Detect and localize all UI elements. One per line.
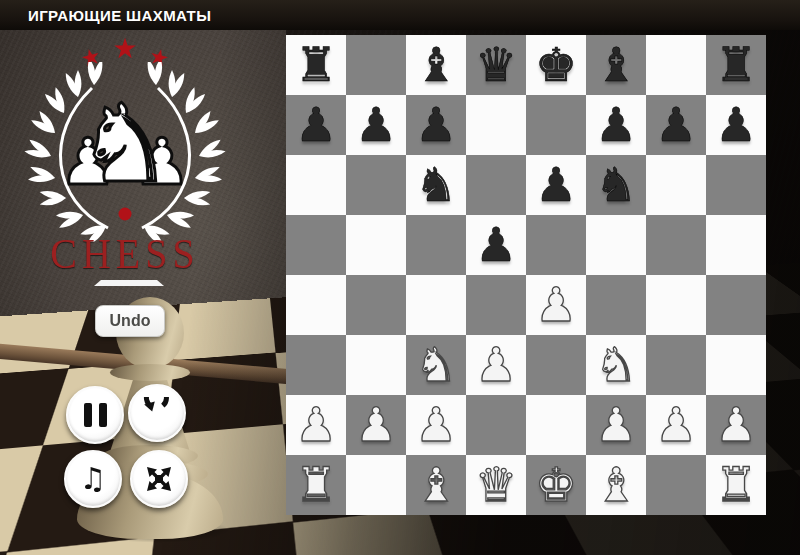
square-e6[interactable]: ♟ [526, 155, 586, 215]
square-h1[interactable]: ♜ [706, 455, 766, 515]
square-a3[interactable] [286, 335, 346, 395]
square-c6[interactable]: ♞ [406, 155, 466, 215]
restart-button[interactable] [128, 384, 186, 442]
square-d2[interactable] [466, 395, 526, 455]
piece-black-queen[interactable]: ♛ [475, 37, 517, 93]
square-f4[interactable] [586, 275, 646, 335]
piece-white-pawn[interactable]: ♟ [415, 397, 457, 453]
brand-title: CHESS [0, 228, 250, 279]
square-f2[interactable]: ♟ [586, 395, 646, 455]
square-g4[interactable] [646, 275, 706, 335]
square-d4[interactable] [466, 275, 526, 335]
piece-black-pawn[interactable]: ♟ [475, 217, 517, 273]
piece-white-king[interactable]: ♚ [535, 457, 577, 513]
piece-black-bishop[interactable]: ♝ [415, 37, 457, 93]
square-c8[interactable]: ♝ [406, 35, 466, 95]
square-f6[interactable]: ♞ [586, 155, 646, 215]
piece-white-pawn[interactable]: ♟ [535, 277, 577, 333]
square-f1[interactable]: ♝ [586, 455, 646, 515]
pause-icon [84, 403, 107, 427]
square-g5[interactable] [646, 215, 706, 275]
piece-white-bishop[interactable]: ♝ [595, 457, 637, 513]
square-h2[interactable]: ♟ [706, 395, 766, 455]
square-a1[interactable]: ♜ [286, 455, 346, 515]
piece-white-pawn[interactable]: ♟ [355, 397, 397, 453]
piece-white-knight[interactable]: ♞ [415, 337, 457, 393]
fullscreen-icon [143, 463, 175, 495]
square-f3[interactable]: ♞ [586, 335, 646, 395]
music-note-icon: ♫ [80, 461, 107, 496]
piece-black-knight[interactable]: ♞ [415, 157, 457, 213]
square-d3[interactable]: ♟ [466, 335, 526, 395]
fullscreen-button[interactable] [130, 450, 188, 508]
music-button[interactable]: ♫ [64, 450, 122, 508]
square-c7[interactable]: ♟ [406, 95, 466, 155]
square-a4[interactable] [286, 275, 346, 335]
square-a2[interactable]: ♟ [286, 395, 346, 455]
square-g6[interactable] [646, 155, 706, 215]
square-a7[interactable]: ♟ [286, 95, 346, 155]
brand-divider [94, 280, 164, 286]
piece-black-pawn[interactable]: ♟ [535, 157, 577, 213]
piece-white-knight[interactable]: ♞ [595, 337, 637, 393]
square-g7[interactable]: ♟ [646, 95, 706, 155]
square-b2[interactable]: ♟ [346, 395, 406, 455]
square-b3[interactable] [346, 335, 406, 395]
square-h4[interactable] [706, 275, 766, 335]
square-b1[interactable] [346, 455, 406, 515]
square-b6[interactable] [346, 155, 406, 215]
square-g3[interactable] [646, 335, 706, 395]
piece-white-rook[interactable]: ♜ [715, 457, 757, 513]
piece-black-pawn[interactable]: ♟ [415, 97, 457, 153]
square-a8[interactable]: ♜ [286, 35, 346, 95]
square-c1[interactable]: ♝ [406, 455, 466, 515]
chess-app: ★ ★ ★ [0, 0, 800, 555]
piece-black-rook[interactable]: ♜ [715, 37, 757, 93]
piece-white-pawn[interactable]: ♟ [475, 337, 517, 393]
piece-white-bishop[interactable]: ♝ [415, 457, 457, 513]
star-icon: ★ [112, 36, 137, 62]
top-bar: ИГРАЮЩИЕ ШАХМАТЫ [0, 0, 800, 30]
square-c2[interactable]: ♟ [406, 395, 466, 455]
square-c5[interactable] [406, 215, 466, 275]
square-d6[interactable] [466, 155, 526, 215]
square-e7[interactable] [526, 95, 586, 155]
square-c4[interactable] [406, 275, 466, 335]
piece-white-rook[interactable]: ♜ [295, 457, 337, 513]
square-h5[interactable] [706, 215, 766, 275]
square-c3[interactable]: ♞ [406, 335, 466, 395]
piece-black-pawn[interactable]: ♟ [655, 97, 697, 153]
square-b5[interactable] [346, 215, 406, 275]
undo-button[interactable]: Undo [95, 305, 165, 337]
square-d7[interactable] [466, 95, 526, 155]
square-g1[interactable] [646, 455, 706, 515]
piece-white-queen[interactable]: ♛ [475, 457, 517, 513]
piece-white-pawn[interactable]: ♟ [295, 397, 337, 453]
red-dot-icon [119, 208, 132, 221]
piece-black-pawn[interactable]: ♟ [355, 97, 397, 153]
square-e1[interactable]: ♚ [526, 455, 586, 515]
piece-white-pawn[interactable]: ♟ [595, 397, 637, 453]
square-f7[interactable]: ♟ [586, 95, 646, 155]
piece-black-rook[interactable]: ♜ [295, 37, 337, 93]
piece-black-pawn[interactable]: ♟ [595, 97, 637, 153]
piece-white-pawn[interactable]: ♟ [715, 397, 757, 453]
square-e4[interactable]: ♟ [526, 275, 586, 335]
app-title: ИГРАЮЩИЕ ШАХМАТЫ [0, 0, 800, 31]
square-g8[interactable] [646, 35, 706, 95]
pawn-collar [110, 364, 190, 381]
square-h3[interactable] [706, 335, 766, 395]
chess-board[interactable]: ♜♝♛♚♝♜♟♟♟♟♟♟♞♟♞♟♟♞♟♞♟♟♟♟♟♟♜♝♛♚♝♜ [286, 35, 766, 515]
square-b7[interactable]: ♟ [346, 95, 406, 155]
piece-black-pawn[interactable]: ♟ [295, 97, 337, 153]
square-g2[interactable]: ♟ [646, 395, 706, 455]
restart-icon [141, 397, 173, 429]
square-e3[interactable] [526, 335, 586, 395]
square-f8[interactable]: ♝ [586, 35, 646, 95]
piece-black-bishop[interactable]: ♝ [595, 37, 637, 93]
logo-emblem: ♟ ♟ ♞ [20, 62, 230, 242]
pause-button[interactable] [66, 386, 124, 444]
square-e2[interactable] [526, 395, 586, 455]
square-e5[interactable] [526, 215, 586, 275]
square-a5[interactable] [286, 215, 346, 275]
piece-white-pawn[interactable]: ♟ [655, 397, 697, 453]
piece-black-king[interactable]: ♚ [535, 37, 577, 93]
square-d1[interactable]: ♛ [466, 455, 526, 515]
piece-black-knight[interactable]: ♞ [595, 157, 637, 213]
square-d5[interactable]: ♟ [466, 215, 526, 275]
square-h7[interactable]: ♟ [706, 95, 766, 155]
square-h8[interactable]: ♜ [706, 35, 766, 95]
piece-black-pawn[interactable]: ♟ [715, 97, 757, 153]
square-h6[interactable] [706, 155, 766, 215]
square-e8[interactable]: ♚ [526, 35, 586, 95]
square-a6[interactable] [286, 155, 346, 215]
logo-knight-icon: ♞ [20, 90, 230, 198]
square-b4[interactable] [346, 275, 406, 335]
square-d8[interactable]: ♛ [466, 35, 526, 95]
square-f5[interactable] [586, 215, 646, 275]
square-b8[interactable] [346, 35, 406, 95]
